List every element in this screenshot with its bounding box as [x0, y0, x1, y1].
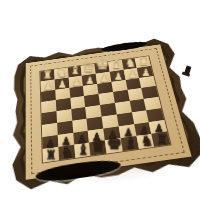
black-knight: ♞ — [138, 134, 154, 148]
black-bishop: ♝ — [75, 142, 91, 157]
square-b5 — [56, 109, 72, 123]
black-bishop: ♝ — [122, 136, 138, 151]
black-rook: ♜ — [43, 148, 59, 161]
black-rook: ♜ — [154, 133, 170, 146]
black-knight: ♞ — [59, 145, 75, 159]
square-b8: ♞ — [58, 145, 75, 160]
square-d8: ♛ — [89, 141, 106, 156]
black-queen: ♛ — [91, 139, 107, 155]
square-f8: ♝ — [120, 136, 138, 151]
chess-set: ♜♞♝♛♚♝♞♜♟♟♟♟♟♟♟♟♟♟♟♟♟♟♟♟♜♞♝♛♚♝♞♜ — [3, 30, 200, 200]
black-king: ♚ — [106, 135, 122, 153]
square-e8: ♚ — [105, 138, 123, 153]
product-photo: ♜♞♝♛♚♝♞♜♟♟♟♟♟♟♟♟♟♟♟♟♟♟♟♟♜♞♝♛♚♝♞♜ — [0, 0, 200, 200]
square-a8: ♜ — [43, 147, 59, 162]
square-g8: ♞ — [136, 134, 154, 149]
square-e6 — [102, 114, 119, 128]
